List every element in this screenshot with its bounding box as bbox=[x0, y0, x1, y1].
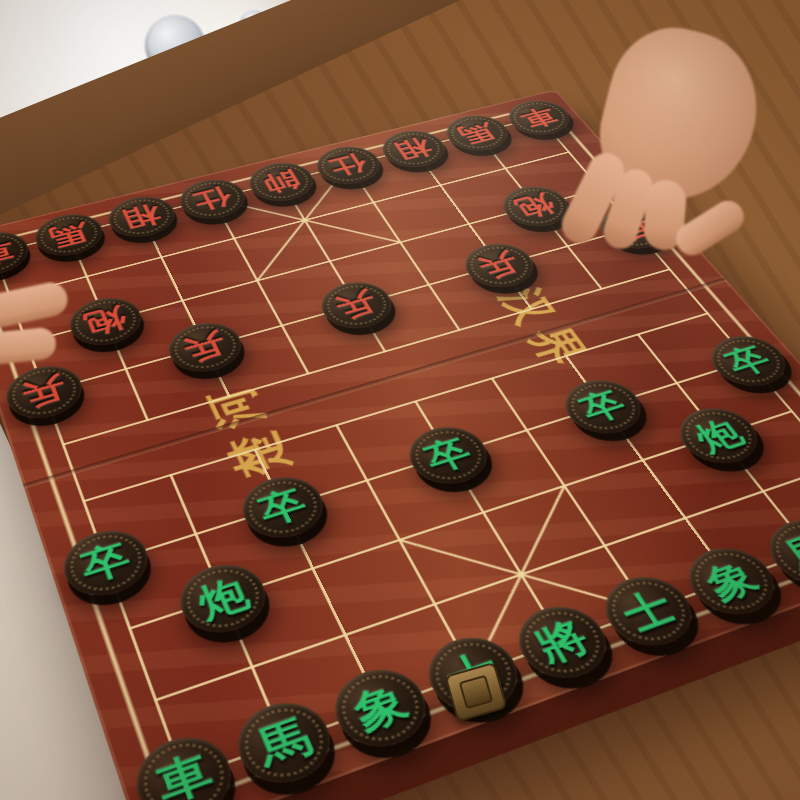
board-line bbox=[281, 182, 385, 352]
board-line bbox=[259, 496, 273, 507]
piece-glyph: 卒 bbox=[77, 539, 135, 587]
piece-glyph: 相 bbox=[391, 135, 437, 162]
piece-glyph: 士 bbox=[615, 585, 681, 636]
board-line bbox=[232, 597, 247, 610]
piece-red[interactable]: 車 bbox=[0, 226, 35, 282]
board-line bbox=[400, 486, 649, 674]
board-line bbox=[213, 347, 226, 356]
board-line bbox=[337, 425, 473, 674]
piece-glyph: 象 bbox=[347, 679, 414, 736]
board-line bbox=[707, 442, 722, 452]
board-line bbox=[106, 361, 748, 563]
piece-glyph: 帥 bbox=[258, 168, 304, 196]
piece-glyph: 將 bbox=[529, 615, 596, 668]
piece-glyph: 炮 bbox=[193, 573, 254, 623]
board-line bbox=[737, 366, 751, 375]
board-line bbox=[198, 586, 213, 599]
board-fold-seam bbox=[23, 278, 728, 489]
board-line bbox=[212, 165, 400, 281]
board-line bbox=[91, 327, 103, 336]
board-line bbox=[191, 353, 204, 362]
piece-glyph: 車 bbox=[151, 748, 218, 800]
piece-green[interactable]: 車 bbox=[126, 726, 243, 800]
board-line bbox=[435, 462, 450, 473]
board-line bbox=[525, 211, 537, 218]
board-line bbox=[224, 578, 239, 590]
piece-glyph: 象 bbox=[698, 556, 764, 605]
board-line bbox=[601, 390, 615, 400]
piece-green[interactable]: 象 bbox=[323, 659, 440, 759]
piece-glyph: 馬 bbox=[46, 219, 92, 250]
piece-glyph: 卒 bbox=[419, 434, 477, 476]
piece-red[interactable]: 仕 bbox=[172, 174, 253, 225]
piece-red[interactable]: 兵 bbox=[455, 238, 545, 295]
board-line bbox=[400, 486, 649, 674]
piece-glyph: 兵 bbox=[474, 249, 525, 281]
board-line bbox=[414, 149, 532, 309]
piece-glyph: 仕 bbox=[325, 151, 371, 179]
board-line bbox=[425, 445, 439, 455]
piece-red[interactable]: 兵 bbox=[312, 276, 402, 336]
board-line bbox=[507, 265, 520, 273]
piece-red[interactable]: 馬 bbox=[29, 208, 110, 262]
board-line bbox=[416, 401, 563, 641]
piece-green[interactable]: 卒 bbox=[56, 521, 158, 606]
piece-glyph: 卒 bbox=[574, 387, 632, 426]
board-line bbox=[488, 270, 501, 278]
piece-glyph: 炮 bbox=[688, 415, 748, 456]
piece-glyph: 馬 bbox=[779, 528, 800, 576]
piece-red[interactable]: 相 bbox=[102, 191, 183, 244]
piece-green[interactable]: 卒 bbox=[232, 468, 334, 547]
left-hand-fingers bbox=[0, 288, 92, 408]
piece-green[interactable]: 馬 bbox=[754, 511, 800, 594]
piece-green[interactable]: 將 bbox=[505, 596, 622, 689]
board-line bbox=[171, 475, 284, 742]
board-line bbox=[113, 321, 125, 330]
board-line bbox=[580, 397, 594, 407]
board-line bbox=[725, 352, 739, 361]
board-line bbox=[356, 291, 369, 299]
board-line bbox=[638, 334, 800, 551]
piece-red[interactable]: 相 bbox=[373, 126, 454, 173]
board-line bbox=[84, 313, 708, 501]
piece-green[interactable]: 炮 bbox=[170, 555, 276, 643]
board-line bbox=[292, 506, 307, 517]
piece-glyph: 卒 bbox=[254, 485, 312, 530]
board-line bbox=[344, 310, 357, 319]
piece-glyph: 卒 bbox=[720, 342, 778, 379]
board-line bbox=[492, 378, 648, 610]
board-line bbox=[447, 438, 461, 448]
board-line bbox=[207, 606, 222, 619]
board-line bbox=[206, 332, 219, 341]
board-line bbox=[212, 165, 400, 281]
board-line bbox=[348, 165, 459, 330]
board-line bbox=[283, 489, 297, 500]
piece-glyph: 仕 bbox=[189, 184, 235, 213]
board-line bbox=[498, 252, 511, 260]
board-line bbox=[107, 307, 119, 316]
piece-glyph: 兵 bbox=[180, 329, 231, 365]
board-line bbox=[26, 189, 600, 343]
board-line bbox=[516, 199, 528, 206]
piece-red[interactable]: 仕 bbox=[308, 141, 389, 189]
piece-green[interactable]: 炮 bbox=[666, 400, 772, 472]
piece-glyph: 兵 bbox=[331, 288, 382, 322]
board-line bbox=[255, 450, 380, 708]
board-line bbox=[612, 406, 627, 416]
board-line bbox=[142, 216, 230, 396]
board-line bbox=[457, 454, 472, 465]
piece-green[interactable]: 卒 bbox=[553, 373, 654, 442]
board-line bbox=[130, 411, 792, 628]
piece-green[interactable]: 馬 bbox=[226, 691, 343, 795]
board-line bbox=[63, 269, 669, 444]
left-hand-finger bbox=[0, 326, 57, 366]
photo-scene: 楚河 汉界 車馬相仕帥仕相馬車炮炮兵兵兵兵兵卒卒卒卒卒炮炮車馬象士將士象馬車 bbox=[0, 0, 800, 800]
board-line bbox=[694, 426, 709, 436]
board-line bbox=[108, 543, 122, 555]
board-line bbox=[591, 412, 606, 422]
board-line bbox=[268, 514, 283, 525]
piece-green[interactable]: 士 bbox=[591, 567, 707, 657]
board-line bbox=[566, 356, 731, 581]
piece-glyph: 相 bbox=[119, 202, 165, 232]
river-text-left: 楚河 bbox=[192, 373, 299, 485]
board-line bbox=[212, 199, 308, 374]
piece-glyph: 馬 bbox=[454, 120, 500, 146]
board-line bbox=[478, 258, 491, 266]
piece-green[interactable]: 卒 bbox=[398, 419, 500, 493]
piece-red[interactable]: 兵 bbox=[161, 316, 251, 380]
piece-red[interactable]: 馬 bbox=[437, 110, 518, 156]
board-line bbox=[365, 304, 378, 313]
right-hand bbox=[545, 30, 775, 280]
board-line bbox=[336, 297, 349, 306]
board-line bbox=[728, 435, 743, 445]
left-hand-finger bbox=[0, 279, 71, 330]
piece-glyph: 馬 bbox=[251, 713, 318, 772]
board-line bbox=[115, 562, 130, 574]
board-line bbox=[184, 338, 197, 347]
board-line bbox=[715, 419, 730, 429]
river-text-right: 汉界 bbox=[489, 282, 603, 380]
piece-green[interactable]: 象 bbox=[674, 539, 790, 625]
piece-red[interactable]: 帥 bbox=[241, 157, 322, 207]
piece-glyph: 車 bbox=[0, 238, 17, 270]
